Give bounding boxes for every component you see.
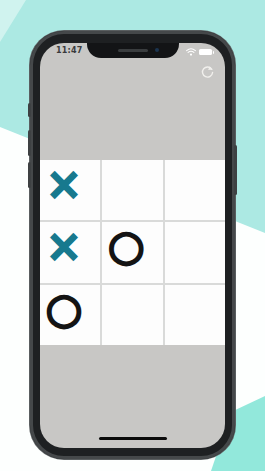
battery-icon (199, 49, 212, 55)
mark-r1c2 (173, 230, 205, 262)
cell-r0c2[interactable] (165, 160, 225, 220)
status-icons (186, 48, 212, 56)
home-indicator[interactable] (99, 437, 167, 441)
status-time: 11:47 (56, 46, 82, 55)
front-camera (155, 48, 159, 52)
phone-frame: 11:47 × (30, 31, 235, 459)
app-screen: 11:47 × (40, 43, 225, 448)
mark-r2c1 (110, 293, 142, 325)
speaker-slit (118, 49, 148, 52)
mark-r1c0: × (48, 230, 80, 262)
mark-r2c2 (173, 293, 205, 325)
refresh-button[interactable] (200, 65, 215, 80)
cell-r2c2[interactable] (165, 285, 225, 345)
volume-down-button (28, 162, 31, 188)
cell-r2c1[interactable] (102, 285, 162, 345)
cell-r1c1[interactable]: ○ (102, 222, 162, 282)
notch (87, 43, 179, 58)
volume-up-button (28, 130, 31, 156)
mark-r0c2 (173, 168, 205, 200)
cell-r1c2[interactable] (165, 222, 225, 282)
cell-r2c0[interactable]: ○ (40, 285, 100, 345)
wifi-icon (186, 48, 196, 56)
cell-r0c1[interactable] (102, 160, 162, 220)
mute-switch (28, 103, 31, 117)
cell-r1c0[interactable]: × (40, 222, 100, 282)
mark-r0c1 (110, 168, 142, 200)
page: 11:47 × (0, 0, 265, 471)
mark-r0c0: × (48, 168, 80, 200)
mark-r1c1: ○ (110, 230, 142, 262)
cell-r0c0[interactable]: × (40, 160, 100, 220)
mark-r2c0: ○ (48, 293, 80, 325)
power-button (234, 145, 237, 195)
tic-tac-toe-board: × × ○ ○ (40, 160, 225, 345)
